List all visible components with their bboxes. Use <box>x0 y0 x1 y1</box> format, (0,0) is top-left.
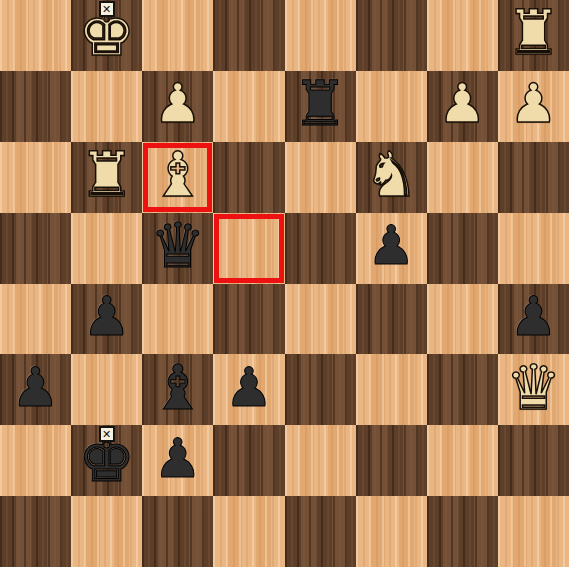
piece-white-pawn[interactable]: ♟ <box>154 77 202 131</box>
square-h6[interactable] <box>498 142 569 213</box>
square-b8[interactable]: ♚✕ <box>71 0 142 71</box>
square-f6[interactable]: ♞ <box>356 142 427 213</box>
last-move-highlight-d5 <box>214 214 283 283</box>
square-c1[interactable] <box>142 496 213 567</box>
piece-white-queen[interactable]: ♛ <box>506 357 562 419</box>
piece-black-pawn[interactable]: ♟ <box>509 290 557 344</box>
square-b2[interactable]: ♚✕ <box>71 425 142 496</box>
square-e5[interactable] <box>285 213 356 284</box>
square-c3[interactable]: ♝ <box>142 354 213 425</box>
square-d2[interactable] <box>213 425 284 496</box>
piece-white-bishop[interactable]: ♝ <box>150 144 206 206</box>
square-d8[interactable] <box>213 0 284 71</box>
king-cross-icon: ✕ <box>99 1 115 17</box>
square-d7[interactable] <box>213 71 284 142</box>
square-g1[interactable] <box>427 496 498 567</box>
piece-black-pawn[interactable]: ♟ <box>154 432 202 486</box>
square-c2[interactable]: ♟ <box>142 425 213 496</box>
piece-white-pawn[interactable]: ♟ <box>438 77 486 131</box>
square-f3[interactable] <box>356 354 427 425</box>
square-b7[interactable] <box>71 71 142 142</box>
square-h8[interactable]: ♜ <box>498 0 569 71</box>
square-h5[interactable] <box>498 213 569 284</box>
square-g7[interactable]: ♟ <box>427 71 498 142</box>
square-a8[interactable] <box>0 0 71 71</box>
piece-black-pawn[interactable]: ♟ <box>367 219 415 273</box>
square-g2[interactable] <box>427 425 498 496</box>
square-e6[interactable] <box>285 142 356 213</box>
square-f7[interactable] <box>356 71 427 142</box>
king-cross-icon: ✕ <box>99 426 115 442</box>
square-b6[interactable]: ♜ <box>71 142 142 213</box>
square-g5[interactable] <box>427 213 498 284</box>
square-c7[interactable]: ♟ <box>142 71 213 142</box>
piece-black-pawn[interactable]: ♟ <box>225 361 273 415</box>
square-b3[interactable] <box>71 354 142 425</box>
piece-white-pawn[interactable]: ♟ <box>509 77 557 131</box>
square-h7[interactable]: ♟ <box>498 71 569 142</box>
square-h3[interactable]: ♛ <box>498 354 569 425</box>
square-h4[interactable]: ♟ <box>498 284 569 355</box>
square-g4[interactable] <box>427 284 498 355</box>
square-a3[interactable]: ♟ <box>0 354 71 425</box>
square-f4[interactable] <box>356 284 427 355</box>
square-b4[interactable]: ♟ <box>71 284 142 355</box>
chess-board: ♚✕♜♟♜♟♟♜♝♞♛♟♟♟♟♝♟♛♚✕♟ <box>0 0 569 567</box>
piece-white-rook[interactable]: ♜ <box>79 144 135 206</box>
square-e4[interactable] <box>285 284 356 355</box>
square-a5[interactable] <box>0 213 71 284</box>
square-a4[interactable] <box>0 284 71 355</box>
square-g8[interactable] <box>427 0 498 71</box>
square-e2[interactable] <box>285 425 356 496</box>
square-e8[interactable] <box>285 0 356 71</box>
square-b1[interactable] <box>71 496 142 567</box>
piece-white-knight[interactable]: ♞ <box>363 144 419 206</box>
piece-black-pawn[interactable]: ♟ <box>82 290 130 344</box>
square-a6[interactable] <box>0 142 71 213</box>
piece-white-rook[interactable]: ♜ <box>506 2 562 64</box>
square-e3[interactable] <box>285 354 356 425</box>
square-b5[interactable] <box>71 213 142 284</box>
square-e1[interactable] <box>285 496 356 567</box>
square-e7[interactable]: ♜ <box>285 71 356 142</box>
square-f2[interactable] <box>356 425 427 496</box>
piece-black-rook[interactable]: ♜ <box>292 73 348 135</box>
square-c8[interactable] <box>142 0 213 71</box>
piece-black-queen[interactable]: ♛ <box>150 215 206 277</box>
square-d6[interactable] <box>213 142 284 213</box>
square-g6[interactable] <box>427 142 498 213</box>
square-d5[interactable] <box>213 213 284 284</box>
square-a1[interactable] <box>0 496 71 567</box>
square-d4[interactable] <box>213 284 284 355</box>
square-c6[interactable]: ♝ <box>142 142 213 213</box>
square-h2[interactable] <box>498 425 569 496</box>
piece-black-bishop[interactable]: ♝ <box>150 357 206 419</box>
square-d1[interactable] <box>213 496 284 567</box>
square-a2[interactable] <box>0 425 71 496</box>
square-d3[interactable]: ♟ <box>213 354 284 425</box>
square-a7[interactable] <box>0 71 71 142</box>
piece-black-pawn[interactable]: ♟ <box>11 361 59 415</box>
square-g3[interactable] <box>427 354 498 425</box>
square-f1[interactable] <box>356 496 427 567</box>
square-h1[interactable] <box>498 496 569 567</box>
square-f8[interactable] <box>356 0 427 71</box>
square-f5[interactable]: ♟ <box>356 213 427 284</box>
square-c4[interactable] <box>142 284 213 355</box>
square-c5[interactable]: ♛ <box>142 213 213 284</box>
